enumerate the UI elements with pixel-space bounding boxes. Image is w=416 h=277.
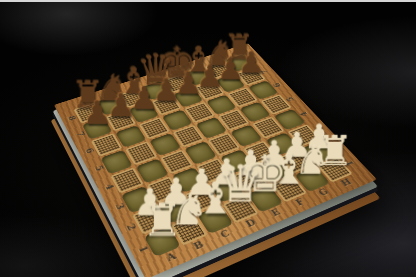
chess-board: ♜♞♝♛♚♝♞♜♟♟♟♟♟♟♟♟♟♟♟♟♟♟♟♟♜♞♝♛♚♝♞♜ 88A77B6…	[54, 43, 377, 277]
photo-backdrop: ♜♞♝♛♚♝♞♜♟♟♟♟♟♟♟♟♟♟♟♟♟♟♟♟♜♞♝♛♚♝♞♜ 88A77B6…	[0, 0, 416, 277]
black-pawn-a7[interactable]: ♟	[83, 98, 112, 129]
white-rook-a1[interactable]: ♜	[142, 198, 183, 241]
scene: ♜♞♝♛♚♝♞♜♟♟♟♟♟♟♟♟♟♟♟♟♟♟♟♟♜♞♝♛♚♝♞♜ 88A77B6…	[0, 0, 416, 277]
